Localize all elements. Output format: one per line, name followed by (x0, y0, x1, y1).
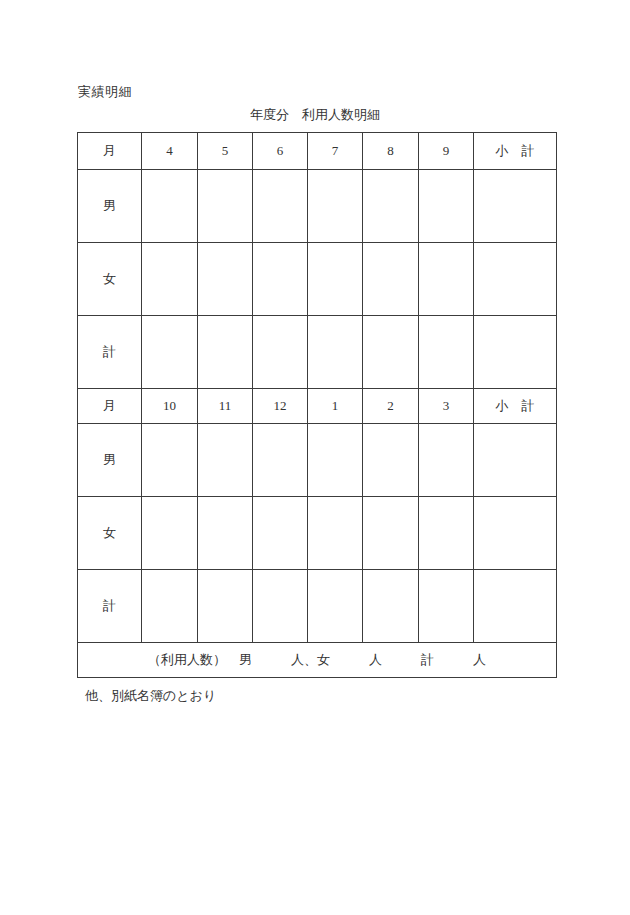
document-title: 実績明細 (78, 83, 132, 101)
data-cell (419, 316, 474, 389)
table-caption: 年度分 利用人数明細 (0, 106, 630, 124)
data-cell (363, 570, 419, 643)
col-header-jun: 6 (253, 133, 308, 170)
data-cell (198, 316, 253, 389)
col-header-month: 月 (78, 389, 142, 424)
data-cell (198, 497, 253, 570)
data-cell (363, 170, 419, 243)
data-cell (198, 170, 253, 243)
footnote: 他、別紙名簿のとおり (85, 687, 216, 705)
row-label-total: 計 (78, 570, 142, 643)
data-cell (198, 570, 253, 643)
data-cell (419, 497, 474, 570)
row-label-female: 女 (78, 243, 142, 316)
col-header-mar: 3 (419, 389, 474, 424)
data-cell (474, 424, 556, 497)
data-cell (253, 243, 308, 316)
data-cell (474, 497, 556, 570)
row-label-male: 男 (78, 424, 142, 497)
col-header-month: 月 (78, 133, 142, 170)
data-cell (142, 170, 198, 243)
row-label-total: 計 (78, 316, 142, 389)
data-cell (142, 424, 198, 497)
data-cell (142, 316, 198, 389)
summary-row: （利用人数） 男 人、女 人 計 人 (78, 643, 556, 677)
data-cell (253, 497, 308, 570)
data-cell (419, 424, 474, 497)
document-page: 実績明細 年度分 利用人数明細 月 4 5 6 7 8 9 小 計 男 女 計 (0, 0, 630, 915)
data-cell (474, 243, 556, 316)
col-header-oct: 10 (142, 389, 198, 424)
col-header-subtotal: 小 計 (474, 389, 556, 424)
col-header-dec: 12 (253, 389, 308, 424)
col-header-sep: 9 (419, 133, 474, 170)
data-cell (308, 424, 363, 497)
data-cell (363, 424, 419, 497)
data-cell (308, 316, 363, 389)
data-cell (363, 243, 419, 316)
col-header-nov: 11 (198, 389, 253, 424)
row-label-male: 男 (78, 170, 142, 243)
col-header-may: 5 (198, 133, 253, 170)
data-cell (474, 316, 556, 389)
data-cell (474, 570, 556, 643)
data-cell (253, 316, 308, 389)
col-header-jan: 1 (308, 389, 363, 424)
col-header-aug: 8 (363, 133, 419, 170)
data-cell (308, 497, 363, 570)
col-header-jul: 7 (308, 133, 363, 170)
data-cell (308, 243, 363, 316)
data-cell (142, 497, 198, 570)
data-cell (419, 243, 474, 316)
data-cell (253, 570, 308, 643)
col-header-apr: 4 (142, 133, 198, 170)
data-cell (363, 316, 419, 389)
data-cell (198, 424, 253, 497)
data-cell (253, 170, 308, 243)
data-cell (142, 243, 198, 316)
data-cell (363, 497, 419, 570)
data-cell (474, 170, 556, 243)
row-label-female: 女 (78, 497, 142, 570)
col-header-subtotal: 小 計 (474, 133, 556, 170)
data-cell (308, 170, 363, 243)
data-cell (419, 170, 474, 243)
usage-count-table: 月 4 5 6 7 8 9 小 計 男 女 計 月 (77, 132, 557, 678)
data-cell (142, 570, 198, 643)
col-header-feb: 2 (363, 389, 419, 424)
data-cell (198, 243, 253, 316)
data-cell (419, 570, 474, 643)
data-cell (308, 570, 363, 643)
data-cell (253, 424, 308, 497)
